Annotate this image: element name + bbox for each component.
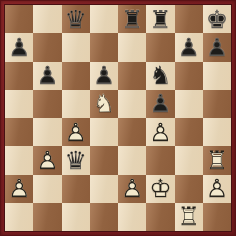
square-c5[interactable] xyxy=(62,90,90,118)
chess-board: ♛♕♜♖♜♖♚♔♟♙♟♙♟♙♟♙♟♙♞♘♞♘♟♙♟♙♟♙♟♙♛♕♜♖♟♙♟♙♚♔… xyxy=(5,5,231,231)
square-f1[interactable] xyxy=(146,203,174,231)
square-h3[interactable]: ♜♖ xyxy=(203,146,231,174)
square-g6[interactable] xyxy=(175,62,203,90)
square-g1[interactable]: ♜♖ xyxy=(175,203,203,231)
black-pawn-h7[interactable]: ♟♙ xyxy=(203,33,231,61)
square-c1[interactable] xyxy=(62,203,90,231)
square-f6[interactable]: ♞♘ xyxy=(146,62,174,90)
piece-glyph-detail: ♖ xyxy=(203,146,231,174)
piece-glyph-detail: ♙ xyxy=(62,118,90,146)
square-h6[interactable] xyxy=(203,62,231,90)
square-d5[interactable]: ♞♘ xyxy=(90,90,118,118)
square-c2[interactable] xyxy=(62,175,90,203)
square-f4[interactable]: ♟♙ xyxy=(146,118,174,146)
square-b3[interactable]: ♟♙ xyxy=(33,146,61,174)
piece-glyph-detail: ♕ xyxy=(62,5,90,33)
square-h2[interactable]: ♟♙ xyxy=(203,175,231,203)
black-rook-e8[interactable]: ♜♖ xyxy=(118,5,146,33)
white-pawn-a2[interactable]: ♟♙ xyxy=(5,175,33,203)
square-b1[interactable] xyxy=(33,203,61,231)
square-d1[interactable] xyxy=(90,203,118,231)
square-a7[interactable]: ♟♙ xyxy=(5,33,33,61)
black-pawn-f5[interactable]: ♟♙ xyxy=(146,90,174,118)
square-d2[interactable] xyxy=(90,175,118,203)
square-h1[interactable] xyxy=(203,203,231,231)
square-b6[interactable]: ♟♙ xyxy=(33,62,61,90)
white-pawn-f4[interactable]: ♟♙ xyxy=(146,118,174,146)
piece-glyph-detail: ♙ xyxy=(146,90,174,118)
white-pawn-b3[interactable]: ♟♙ xyxy=(33,146,61,174)
square-h7[interactable]: ♟♙ xyxy=(203,33,231,61)
square-b8[interactable] xyxy=(33,5,61,33)
square-f8[interactable]: ♜♖ xyxy=(146,5,174,33)
square-h5[interactable] xyxy=(203,90,231,118)
white-rook-g1[interactable]: ♜♖ xyxy=(175,203,203,231)
piece-glyph-detail: ♙ xyxy=(203,33,231,61)
square-e2[interactable]: ♟♙ xyxy=(118,175,146,203)
piece-glyph-detail: ♙ xyxy=(33,62,61,90)
black-rook-f8[interactable]: ♜♖ xyxy=(146,5,174,33)
square-e5[interactable] xyxy=(118,90,146,118)
square-d6[interactable]: ♟♙ xyxy=(90,62,118,90)
piece-glyph-detail: ♙ xyxy=(146,118,174,146)
piece-glyph-detail: ♘ xyxy=(90,90,118,118)
piece-glyph-detail: ♙ xyxy=(33,146,61,174)
square-g5[interactable] xyxy=(175,90,203,118)
square-b5[interactable] xyxy=(33,90,61,118)
square-c8[interactable]: ♛♕ xyxy=(62,5,90,33)
board-frame: ♛♕♜♖♜♖♚♔♟♙♟♙♟♙♟♙♟♙♞♘♞♘♟♙♟♙♟♙♟♙♛♕♜♖♟♙♟♙♚♔… xyxy=(0,0,236,236)
piece-glyph-detail: ♙ xyxy=(5,33,33,61)
square-b7[interactable] xyxy=(33,33,61,61)
square-h8[interactable]: ♚♔ xyxy=(203,5,231,33)
black-pawn-b6[interactable]: ♟♙ xyxy=(33,62,61,90)
square-c4[interactable]: ♟♙ xyxy=(62,118,90,146)
square-a5[interactable] xyxy=(5,90,33,118)
piece-glyph-detail: ♔ xyxy=(146,175,174,203)
white-pawn-c4[interactable]: ♟♙ xyxy=(62,118,90,146)
square-c7[interactable] xyxy=(62,33,90,61)
square-b4[interactable] xyxy=(33,118,61,146)
black-queen-c3[interactable]: ♛♕ xyxy=(62,146,90,174)
square-a6[interactable] xyxy=(5,62,33,90)
piece-glyph-detail: ♖ xyxy=(175,203,203,231)
white-pawn-e2[interactable]: ♟♙ xyxy=(118,175,146,203)
square-c3[interactable]: ♛♕ xyxy=(62,146,90,174)
square-g8[interactable] xyxy=(175,5,203,33)
square-a1[interactable] xyxy=(5,203,33,231)
square-f7[interactable] xyxy=(146,33,174,61)
square-e8[interactable]: ♜♖ xyxy=(118,5,146,33)
piece-glyph-detail: ♙ xyxy=(5,175,33,203)
square-d7[interactable] xyxy=(90,33,118,61)
piece-glyph-detail: ♙ xyxy=(175,33,203,61)
piece-glyph-detail: ♖ xyxy=(118,5,146,33)
square-h4[interactable] xyxy=(203,118,231,146)
square-a8[interactable] xyxy=(5,5,33,33)
white-rook-h3[interactable]: ♜♖ xyxy=(203,146,231,174)
square-e1[interactable] xyxy=(118,203,146,231)
piece-glyph-detail: ♖ xyxy=(146,5,174,33)
piece-glyph-detail: ♙ xyxy=(90,62,118,90)
square-c6[interactable] xyxy=(62,62,90,90)
square-g7[interactable]: ♟♙ xyxy=(175,33,203,61)
square-e7[interactable] xyxy=(118,33,146,61)
black-pawn-d6[interactable]: ♟♙ xyxy=(90,62,118,90)
square-a3[interactable] xyxy=(5,146,33,174)
piece-glyph-detail: ♙ xyxy=(203,175,231,203)
square-a4[interactable] xyxy=(5,118,33,146)
black-knight-f6[interactable]: ♞♘ xyxy=(146,62,174,90)
square-e4[interactable] xyxy=(118,118,146,146)
square-b2[interactable] xyxy=(33,175,61,203)
white-knight-d5[interactable]: ♞♘ xyxy=(90,90,118,118)
square-g2[interactable] xyxy=(175,175,203,203)
square-g3[interactable] xyxy=(175,146,203,174)
square-f2[interactable]: ♚♔ xyxy=(146,175,174,203)
square-g4[interactable] xyxy=(175,118,203,146)
square-e3[interactable] xyxy=(118,146,146,174)
piece-glyph-detail: ♙ xyxy=(118,175,146,203)
square-d8[interactable] xyxy=(90,5,118,33)
piece-glyph-detail: ♕ xyxy=(62,146,90,174)
black-queen-c8[interactable]: ♛♕ xyxy=(62,5,90,33)
square-f3[interactable] xyxy=(146,146,174,174)
black-pawn-a7[interactable]: ♟♙ xyxy=(5,33,33,61)
square-f5[interactable]: ♟♙ xyxy=(146,90,174,118)
black-king-h8[interactable]: ♚♔ xyxy=(203,5,231,33)
white-pawn-h2[interactable]: ♟♙ xyxy=(203,175,231,203)
piece-glyph-detail: ♘ xyxy=(146,62,174,90)
piece-glyph-detail: ♔ xyxy=(203,5,231,33)
square-d3[interactable] xyxy=(90,146,118,174)
square-e6[interactable] xyxy=(118,62,146,90)
black-pawn-g7[interactable]: ♟♙ xyxy=(175,33,203,61)
square-a2[interactable]: ♟♙ xyxy=(5,175,33,203)
square-d4[interactable] xyxy=(90,118,118,146)
white-king-f2[interactable]: ♚♔ xyxy=(146,175,174,203)
